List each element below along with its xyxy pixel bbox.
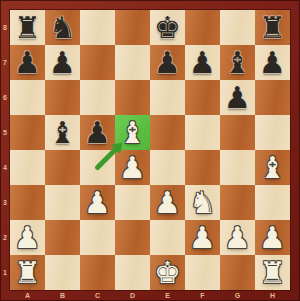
square-a5[interactable] xyxy=(10,115,45,150)
square-h5[interactable] xyxy=(255,115,290,150)
file-label-C: C xyxy=(80,290,115,301)
white-pawn[interactable]: ♟ xyxy=(255,220,290,255)
file-label-F: F xyxy=(185,290,220,301)
square-h1[interactable]: ♜ xyxy=(255,255,290,290)
square-b8[interactable]: ♞ xyxy=(45,10,80,45)
square-b7[interactable]: ♟ xyxy=(45,45,80,80)
square-d2[interactable] xyxy=(115,220,150,255)
square-h2[interactable]: ♟ xyxy=(255,220,290,255)
square-c1[interactable] xyxy=(80,255,115,290)
square-f6[interactable] xyxy=(185,80,220,115)
square-a2[interactable]: ♟ xyxy=(10,220,45,255)
square-e4[interactable] xyxy=(150,150,185,185)
white-bishop[interactable]: ♝ xyxy=(115,115,150,150)
rank-label-7: 7 xyxy=(0,45,10,80)
file-label-A: A xyxy=(10,290,45,301)
square-e2[interactable] xyxy=(150,220,185,255)
white-pawn[interactable]: ♟ xyxy=(150,185,185,220)
square-a4[interactable] xyxy=(10,150,45,185)
square-h4[interactable]: ♝ xyxy=(255,150,290,185)
square-e3[interactable]: ♟ xyxy=(150,185,185,220)
square-c3[interactable]: ♟ xyxy=(80,185,115,220)
white-knight[interactable]: ♞ xyxy=(185,185,220,220)
square-d3[interactable] xyxy=(115,185,150,220)
square-d7[interactable] xyxy=(115,45,150,80)
square-g5[interactable] xyxy=(220,115,255,150)
black-king[interactable]: ♚ xyxy=(150,10,185,45)
white-pawn[interactable]: ♟ xyxy=(10,220,45,255)
square-g7[interactable]: ♝ xyxy=(220,45,255,80)
black-pawn[interactable]: ♟ xyxy=(255,45,290,80)
black-bishop[interactable]: ♝ xyxy=(45,115,80,150)
square-e7[interactable]: ♟ xyxy=(150,45,185,80)
square-e1[interactable]: ♚ xyxy=(150,255,185,290)
square-e6[interactable] xyxy=(150,80,185,115)
black-rook[interactable]: ♜ xyxy=(255,10,290,45)
square-f2[interactable]: ♟ xyxy=(185,220,220,255)
square-c4[interactable] xyxy=(80,150,115,185)
white-rook[interactable]: ♜ xyxy=(10,255,45,290)
square-a1[interactable]: ♜ xyxy=(10,255,45,290)
black-pawn[interactable]: ♟ xyxy=(150,45,185,80)
rank-label-3: 3 xyxy=(0,185,10,220)
square-b6[interactable] xyxy=(45,80,80,115)
black-pawn[interactable]: ♟ xyxy=(45,45,80,80)
square-c7[interactable] xyxy=(80,45,115,80)
square-f7[interactable]: ♟ xyxy=(185,45,220,80)
square-g3[interactable] xyxy=(220,185,255,220)
square-d4[interactable]: ♟ xyxy=(115,150,150,185)
black-rook[interactable]: ♜ xyxy=(10,10,45,45)
square-h3[interactable] xyxy=(255,185,290,220)
square-b4[interactable] xyxy=(45,150,80,185)
square-f8[interactable] xyxy=(185,10,220,45)
square-a3[interactable] xyxy=(10,185,45,220)
square-g4[interactable] xyxy=(220,150,255,185)
square-b5[interactable]: ♝ xyxy=(45,115,80,150)
square-h8[interactable]: ♜ xyxy=(255,10,290,45)
white-rook[interactable]: ♜ xyxy=(255,255,290,290)
black-pawn[interactable]: ♟ xyxy=(220,80,255,115)
file-label-D: D xyxy=(115,290,150,301)
black-pawn[interactable]: ♟ xyxy=(80,115,115,150)
square-b2[interactable] xyxy=(45,220,80,255)
square-h6[interactable] xyxy=(255,80,290,115)
square-c5[interactable]: ♟ xyxy=(80,115,115,150)
black-pawn[interactable]: ♟ xyxy=(10,45,45,80)
square-b3[interactable] xyxy=(45,185,80,220)
white-king[interactable]: ♚ xyxy=(150,255,185,290)
square-f5[interactable] xyxy=(185,115,220,150)
black-knight[interactable]: ♞ xyxy=(45,10,80,45)
square-g6[interactable]: ♟ xyxy=(220,80,255,115)
chess-board-frame: ♜♞♚♜♟♟♟♟♝♟♟♝♟♝♟♝♟♟♞♟♟♟♟♜♚♜ 87654321ABCDE… xyxy=(0,0,300,301)
white-pawn[interactable]: ♟ xyxy=(115,150,150,185)
rank-label-2: 2 xyxy=(0,220,10,255)
square-g1[interactable] xyxy=(220,255,255,290)
square-c6[interactable] xyxy=(80,80,115,115)
square-d8[interactable] xyxy=(115,10,150,45)
square-e5[interactable] xyxy=(150,115,185,150)
square-d1[interactable] xyxy=(115,255,150,290)
rank-label-8: 8 xyxy=(0,10,10,45)
rank-label-5: 5 xyxy=(0,115,10,150)
file-label-G: G xyxy=(220,290,255,301)
square-f3[interactable]: ♞ xyxy=(185,185,220,220)
square-a8[interactable]: ♜ xyxy=(10,10,45,45)
rank-label-4: 4 xyxy=(0,150,10,185)
file-label-B: B xyxy=(45,290,80,301)
square-d5[interactable]: ♝ xyxy=(115,115,150,150)
square-c2[interactable] xyxy=(80,220,115,255)
white-pawn[interactable]: ♟ xyxy=(185,220,220,255)
square-f1[interactable] xyxy=(185,255,220,290)
square-e8[interactable]: ♚ xyxy=(150,10,185,45)
white-pawn[interactable]: ♟ xyxy=(80,185,115,220)
file-label-H: H xyxy=(255,290,290,301)
square-c8[interactable] xyxy=(80,10,115,45)
square-b1[interactable] xyxy=(45,255,80,290)
square-d6[interactable] xyxy=(115,80,150,115)
board-grid: ♜♞♚♜♟♟♟♟♝♟♟♝♟♝♟♝♟♟♞♟♟♟♟♜♚♜ xyxy=(10,10,290,290)
rank-label-1: 1 xyxy=(0,255,10,290)
square-h7[interactable]: ♟ xyxy=(255,45,290,80)
square-a7[interactable]: ♟ xyxy=(10,45,45,80)
white-bishop[interactable]: ♝ xyxy=(255,150,290,185)
square-a6[interactable] xyxy=(10,80,45,115)
black-pawn[interactable]: ♟ xyxy=(185,45,220,80)
black-bishop[interactable]: ♝ xyxy=(220,45,255,80)
white-pawn[interactable]: ♟ xyxy=(220,220,255,255)
square-f4[interactable] xyxy=(185,150,220,185)
square-g2[interactable]: ♟ xyxy=(220,220,255,255)
square-g8[interactable] xyxy=(220,10,255,45)
rank-label-6: 6 xyxy=(0,80,10,115)
file-label-E: E xyxy=(150,290,185,301)
